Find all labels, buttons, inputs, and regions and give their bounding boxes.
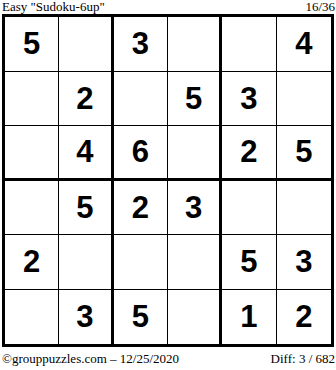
cell-r1c6[interactable]: 4	[277, 17, 331, 72]
cell-r1c1[interactable]: 5	[5, 17, 59, 72]
sudoku-grid: 53425346255232533512	[2, 14, 334, 347]
cell-r3c1[interactable]	[5, 126, 59, 181]
cell-r2c5[interactable]: 3	[222, 72, 276, 127]
cell-r6c1[interactable]	[5, 290, 59, 345]
cell-r6c6[interactable]: 2	[277, 290, 331, 345]
puzzle-title: Easy "Sudoku-6up"	[2, 0, 105, 14]
cell-r5c4[interactable]	[168, 235, 222, 290]
cell-r1c5[interactable]	[222, 17, 276, 72]
cell-r5c6[interactable]: 3	[277, 235, 331, 290]
cell-r3c3[interactable]: 6	[114, 126, 168, 181]
cell-r4c4[interactable]: 3	[168, 181, 222, 236]
cell-r2c1[interactable]	[5, 72, 59, 127]
cell-r6c4[interactable]	[168, 290, 222, 345]
cell-r1c4[interactable]	[168, 17, 222, 72]
cell-r4c5[interactable]	[222, 181, 276, 236]
cell-r2c3[interactable]	[114, 72, 168, 127]
page-number: 16/36	[305, 0, 335, 14]
cell-r3c6[interactable]: 5	[277, 126, 331, 181]
cell-r5c5[interactable]: 5	[222, 235, 276, 290]
cell-r4c1[interactable]	[5, 181, 59, 236]
cell-r1c2[interactable]	[59, 17, 113, 72]
cell-r3c2[interactable]: 4	[59, 126, 113, 181]
cell-r4c6[interactable]	[277, 181, 331, 236]
cell-r2c6[interactable]	[277, 72, 331, 127]
cell-r3c5[interactable]: 2	[222, 126, 276, 181]
page-footer: ©grouppuzzles.com – 12/25/2020 Diff: 3 /…	[2, 351, 335, 366]
cell-r6c5[interactable]: 1	[222, 290, 276, 345]
page-header: Easy "Sudoku-6up" 16/36	[2, 0, 335, 14]
cell-r2c4[interactable]: 5	[168, 72, 222, 127]
cell-r5c2[interactable]	[59, 235, 113, 290]
difficulty-rating: Diff: 3 / 682	[271, 351, 335, 366]
cell-r1c3[interactable]: 3	[114, 17, 168, 72]
cell-r6c2[interactable]: 3	[59, 290, 113, 345]
cell-r4c3[interactable]: 2	[114, 181, 168, 236]
copyright-date: ©grouppuzzles.com – 12/25/2020	[2, 351, 179, 366]
cell-r5c3[interactable]	[114, 235, 168, 290]
cell-r6c3[interactable]: 5	[114, 290, 168, 345]
cell-r2c2[interactable]: 2	[59, 72, 113, 127]
cell-r4c2[interactable]: 5	[59, 181, 113, 236]
cell-r3c4[interactable]	[168, 126, 222, 181]
cell-r5c1[interactable]: 2	[5, 235, 59, 290]
